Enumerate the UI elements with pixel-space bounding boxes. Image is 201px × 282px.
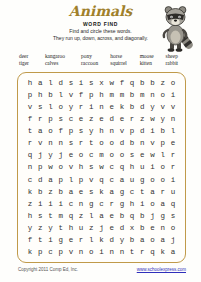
grid-cell-r14c14: a	[158, 234, 168, 246]
word-list: deertigerkangaroocalvesponyraccoonhorses…	[19, 53, 185, 67]
grid-cell-r11c10: g	[117, 198, 127, 210]
grid-cell-r4c15: n	[168, 113, 178, 125]
grid-cell-r13c4: t	[56, 222, 66, 234]
grid-cell-r13c7: z	[86, 222, 96, 234]
word-list-item-kitten: kitten	[140, 60, 163, 67]
grid-cell-r13c8: j	[96, 222, 106, 234]
grid-cell-r4c10: e	[117, 113, 127, 125]
grid-cell-r9c15: i	[168, 174, 178, 186]
grid-cell-r5c9: n	[107, 125, 117, 137]
grid-cell-r13c13: e	[147, 222, 157, 234]
grid-cell-r5c7: y	[86, 125, 96, 137]
grid-cell-r10c8: k	[96, 186, 106, 198]
word-list-item-calves: calves	[45, 60, 78, 67]
grid-cell-r14c13: o	[147, 234, 157, 246]
grid-cell-r11c7: g	[86, 198, 96, 210]
grid-cell-r15c6: n	[76, 246, 86, 258]
grid-cell-r13c2: z	[35, 222, 45, 234]
grid-cell-r8c4: o	[56, 161, 66, 173]
grid-cell-r14c2: t	[35, 234, 45, 246]
grid-cell-r7c11: s	[127, 149, 137, 161]
grid-cell-r10c13: a	[147, 186, 157, 198]
grid-cell-r10c11: c	[127, 186, 137, 198]
grid-cell-r5c1: t	[25, 125, 35, 137]
grid-cell-r2c12: m	[137, 89, 147, 101]
grid-cell-r4c6: e	[76, 113, 86, 125]
grid-cell-r15c13: q	[147, 246, 157, 258]
grid-cell-r3c12: d	[137, 101, 147, 113]
grid-cell-r2c2: h	[35, 89, 45, 101]
grid-cell-r7c8: m	[96, 149, 106, 161]
grid-cell-r10c15: u	[168, 186, 178, 198]
grid-cell-r10c14: r	[158, 186, 168, 198]
grid-cell-r8c14: o	[158, 161, 168, 173]
grid-cell-r11c9: r	[107, 198, 117, 210]
grid-cell-r3c15: v	[168, 101, 178, 113]
grid-cell-r4c2: r	[35, 113, 45, 125]
grid-cell-r1c5: s	[66, 77, 76, 89]
grid-cell-r7c9: o	[107, 149, 117, 161]
grid-cell-r9c6: p	[76, 174, 86, 186]
grid-cell-r1c11: q	[127, 77, 137, 89]
word-list-item-sheep: sheep	[166, 53, 185, 60]
grid-cell-r2c8: h	[96, 89, 106, 101]
word-list-column-6: sheeprabbit	[166, 53, 185, 67]
grid-cell-r3c10: k	[117, 101, 127, 113]
grid-cell-r8c5: v	[66, 161, 76, 173]
grid-cell-r2c5: v	[66, 89, 76, 101]
grid-cell-r15c9: n	[107, 246, 117, 258]
grid-cell-r5c3: o	[45, 125, 55, 137]
grid-cell-r2c15: i	[168, 89, 178, 101]
grid-cell-r13c5: h	[66, 222, 76, 234]
grid-cell-r5c4: f	[56, 125, 66, 137]
grid-cell-r3c11: b	[127, 101, 137, 113]
grid-cell-r9c5: l	[66, 174, 76, 186]
grid-cell-r6c7: t	[86, 137, 96, 149]
grid-cell-r6c3: n	[45, 137, 55, 149]
grid-cell-r7c7: c	[86, 149, 96, 161]
grid-cell-r8c3: w	[45, 161, 55, 173]
grid-cell-r4c7: z	[86, 113, 96, 125]
grid-cell-r14c4: g	[56, 234, 66, 246]
grid-cell-r13c15: o	[168, 222, 178, 234]
grid-cell-r6c12: n	[137, 137, 147, 149]
grid-cell-r13c14: n	[158, 222, 168, 234]
grid-cell-r13c1: y	[25, 222, 35, 234]
grid-cell-r11c11: h	[127, 198, 137, 210]
grid-cell-r7c6: o	[76, 149, 86, 161]
word-list-item-tiger: tiger	[19, 60, 42, 67]
grid-cell-r6c9: o	[107, 137, 117, 149]
grid-cell-r1c9: w	[107, 77, 117, 89]
grid-cell-r15c4: p	[56, 246, 66, 258]
grid-cell-r14c15: j	[168, 234, 178, 246]
grid-cell-r5c13: i	[147, 125, 157, 137]
grid-cell-r2c10: m	[117, 89, 127, 101]
grid-cell-r12c15: s	[168, 210, 178, 222]
grid-cell-r14c8: k	[96, 234, 106, 246]
grid-cell-r6c14: p	[158, 137, 168, 149]
grid-cell-r12c11: q	[127, 210, 137, 222]
grid-cell-r7c5: e	[66, 149, 76, 161]
grid-cell-r14c3: i	[45, 234, 55, 246]
word-list-column-4: horsesquirrel	[110, 53, 136, 67]
grid-cell-r4c4: s	[56, 113, 66, 125]
grid-cell-r5c6: s	[76, 125, 86, 137]
grid-cell-r9c4: p	[56, 174, 66, 186]
grid-cell-r2c11: b	[127, 89, 137, 101]
grid-cell-r14c9: d	[107, 234, 117, 246]
grid-cell-r2c14: o	[158, 89, 168, 101]
grid-cell-r13c3: y	[45, 222, 55, 234]
grid-cell-r3c2: s	[35, 101, 45, 113]
grid-cell-r13c12: b	[137, 222, 147, 234]
grid-cell-r11c3: i	[45, 198, 55, 210]
word-list-item-moose: moose	[140, 53, 163, 60]
grid-cell-r5c12: d	[137, 125, 147, 137]
grid-cell-r15c10: n	[117, 246, 127, 258]
grid-cell-r15c12: r	[137, 246, 147, 258]
word-list-column-2: kangaroocalves	[45, 53, 78, 67]
grid-cell-r9c1: c	[25, 174, 35, 186]
grid-cell-r10c4: b	[56, 186, 66, 198]
grid-cell-r12c3: t	[45, 210, 55, 222]
grid-cell-r8c1: n	[25, 161, 35, 173]
grid-cell-r8c15: r	[168, 161, 178, 173]
website-link[interactable]: www.schoolexpress.com	[137, 267, 186, 272]
grid-cell-r12c2: s	[35, 210, 45, 222]
grid-cell-r11c15: q	[168, 198, 178, 210]
grid-cell-r13c11: x	[127, 222, 137, 234]
grid-cell-r6c1: r	[25, 137, 35, 149]
grid-cell-r9c12: g	[137, 174, 147, 186]
grid-cell-r1c15: o	[168, 77, 178, 89]
grid-cell-r3c1: v	[25, 101, 35, 113]
grid-cell-r7c14: l	[158, 149, 168, 161]
grid-cell-r5c5: p	[66, 125, 76, 137]
grid-cell-r12c13: j	[147, 210, 157, 222]
grid-cell-r9c8: q	[96, 174, 106, 186]
grid-cell-r3c4: o	[56, 101, 66, 113]
grid-cell-r7c4: j	[56, 149, 66, 161]
grid-cell-r7c10: o	[117, 149, 127, 161]
grid-cell-r15c15: a	[168, 246, 178, 258]
word-list-item-kangaroo: kangaroo	[45, 53, 78, 60]
grid-cell-r11c4: i	[56, 198, 66, 210]
grid-cell-r11c2: i	[35, 198, 45, 210]
grid-cell-r10c12: t	[137, 186, 147, 198]
grid-cell-r3c6: r	[76, 101, 86, 113]
grid-cell-r13c9: e	[107, 222, 117, 234]
grid-cell-r6c11: b	[127, 137, 137, 149]
grid-cell-r15c5: v	[66, 246, 76, 258]
grid-cell-r1c10: f	[117, 77, 127, 89]
grid-cell-r2c13: n	[147, 89, 157, 101]
grid-cell-r12c5: q	[66, 210, 76, 222]
grid-cell-r15c3: c	[45, 246, 55, 258]
grid-cell-r8c12: u	[137, 161, 147, 173]
grid-cell-r12c14: g	[158, 210, 168, 222]
grid-cell-r1c1: h	[25, 77, 35, 89]
grid-cell-r5c14: b	[158, 125, 168, 137]
grid-cell-r7c2: j	[35, 149, 45, 161]
grid-cell-r9c14: o	[158, 174, 168, 186]
grid-cell-r4c12: z	[137, 113, 147, 125]
grid-cell-r10c9: a	[107, 186, 117, 198]
grid-cell-r12c8: a	[96, 210, 106, 222]
grid-cell-r9c9: c	[107, 174, 117, 186]
grid-cell-r4c9: d	[107, 113, 117, 125]
word-list-item-rabbit: rabbit	[166, 60, 185, 67]
word-list-column-1: deertiger	[19, 53, 42, 67]
grid-cell-r11c8: c	[96, 198, 106, 210]
word-list-item-pony: pony	[81, 53, 107, 60]
grid-cell-r6c5: s	[66, 137, 76, 149]
grid-cell-r14c11: b	[127, 234, 137, 246]
grid-cell-r6c6: r	[76, 137, 86, 149]
grid-cell-r14c1: f	[25, 234, 35, 246]
word-list-column-5: moosekitten	[140, 53, 163, 67]
grid-cell-r1c13: b	[147, 77, 157, 89]
grid-cell-r15c1: k	[25, 246, 35, 258]
grid-cell-r6c15: e	[168, 137, 178, 149]
grid-cell-r3c9: e	[107, 101, 117, 113]
grid-cell-r7c15: r	[168, 149, 178, 161]
grid-cell-r15c14: k	[158, 246, 168, 258]
grid-cell-r1c8: x	[96, 77, 106, 89]
grid-cell-r12c12: b	[137, 210, 147, 222]
grid-cell-r8c9: c	[107, 161, 117, 173]
grid-cell-r9c7: v	[86, 174, 96, 186]
grid-cell-r9c2: d	[35, 174, 45, 186]
grid-cell-r9c10: a	[117, 174, 127, 186]
grid-cell-r2c9: m	[107, 89, 117, 101]
grid-cell-r6c8: o	[96, 137, 106, 149]
grid-cell-r8c11: h	[127, 161, 137, 173]
letter-grid: haldsisxwfqbbzophblvfphmmbmnoivsloyrinek…	[17, 72, 186, 263]
grid-cell-r1c4: d	[56, 77, 66, 89]
raccoon-illustration	[158, 2, 196, 52]
grid-cell-r11c5: c	[66, 198, 76, 210]
grid-cell-r15c8: i	[96, 246, 106, 258]
grid-cell-r8c6: h	[76, 161, 86, 173]
grid-cell-r10c5: a	[66, 186, 76, 198]
grid-cell-r6c4: n	[56, 137, 66, 149]
grid-cell-r4c13: w	[147, 113, 157, 125]
copyright-text: Copyright 2011 Comp Ed, Inc.	[18, 267, 78, 272]
grid-cell-r2c4: l	[56, 89, 66, 101]
grid-cell-r14c6: r	[76, 234, 86, 246]
grid-cell-r7c13: w	[147, 149, 157, 161]
grid-cell-r5c15: l	[168, 125, 178, 137]
grid-cell-r7c3: y	[45, 149, 55, 161]
grid-cell-r1c2: a	[35, 77, 45, 89]
grid-cell-r9c13: o	[147, 174, 157, 186]
grid-cell-r12c6: z	[76, 210, 86, 222]
grid-cell-r15c2: p	[35, 246, 45, 258]
grid-cell-r3c13: y	[147, 101, 157, 113]
grid-cell-r11c12: i	[137, 198, 147, 210]
grid-cell-r2c1: p	[25, 89, 35, 101]
grid-cell-r15c11: t	[127, 246, 137, 258]
grid-cell-r13c6: u	[76, 222, 86, 234]
grid-cell-r1c6: i	[76, 77, 86, 89]
word-list-item-raccoon: raccoon	[81, 60, 107, 67]
word-list-column-3: ponyraccoon	[81, 53, 107, 67]
grid-cell-r12c10: b	[117, 210, 127, 222]
grid-cell-r3c8: n	[96, 101, 106, 113]
grid-cell-r8c10: q	[117, 161, 127, 173]
grid-cell-r10c6: e	[76, 186, 86, 198]
grid-cell-r10c3: z	[45, 186, 55, 198]
grid-cell-r1c7: s	[86, 77, 96, 89]
grid-cell-r10c2: b	[35, 186, 45, 198]
grid-cell-r2c6: f	[76, 89, 86, 101]
grid-cell-r15c7: o	[86, 246, 96, 258]
grid-cell-r10c10: g	[117, 186, 127, 198]
grid-cell-r12c1: h	[25, 210, 35, 222]
grid-cell-r9c11: u	[127, 174, 137, 186]
grid-cell-r4c1: f	[25, 113, 35, 125]
grid-cell-r5c8: h	[96, 125, 106, 137]
word-list-item-horse: horse	[110, 53, 136, 60]
grid-cell-r3c7: i	[86, 101, 96, 113]
grid-cell-r12c4: m	[56, 210, 66, 222]
grid-cell-r12c7: l	[86, 210, 96, 222]
grid-cell-r14c12: a	[137, 234, 147, 246]
grid-cell-r3c14: v	[158, 101, 168, 113]
grid-cell-r8c7: s	[86, 161, 96, 173]
grid-cell-r4c14: y	[158, 113, 168, 125]
grid-cell-r14c7: l	[86, 234, 96, 246]
grid-cell-r8c8: w	[96, 161, 106, 173]
grid-cell-r7c1: q	[25, 149, 35, 161]
grid-cell-r5c10: v	[117, 125, 127, 137]
word-list-item-deer: deer	[19, 53, 42, 60]
grid-cell-r8c13: i	[147, 161, 157, 173]
grid-cell-r12c9: e	[107, 210, 117, 222]
grid-cell-r6c10: d	[117, 137, 127, 149]
grid-cell-r1c14: z	[158, 77, 168, 89]
grid-cell-r6c2: v	[35, 137, 45, 149]
grid-cell-r2c7: p	[86, 89, 96, 101]
grid-cell-r10c7: s	[86, 186, 96, 198]
word-list-item-squirrel: squirrel	[110, 60, 136, 67]
grid-cell-r11c13: o	[147, 198, 157, 210]
grid-cell-r10c1: k	[25, 186, 35, 198]
grid-cell-r4c3: p	[45, 113, 55, 125]
grid-cell-r5c11: p	[127, 125, 137, 137]
grid-cell-r5c2: a	[35, 125, 45, 137]
grid-cell-r14c5: e	[66, 234, 76, 246]
grid-cell-r4c8: e	[96, 113, 106, 125]
grid-cell-r3c3: l	[45, 101, 55, 113]
grid-cell-r8c2: p	[35, 161, 45, 173]
grid-cell-r11c6: n	[76, 198, 86, 210]
grid-cell-r11c1: z	[25, 198, 35, 210]
grid-cell-r13c10: d	[117, 222, 127, 234]
grid-cell-r3c5: y	[66, 101, 76, 113]
grid-cell-r6c13: v	[147, 137, 157, 149]
grid-cell-r1c12: b	[137, 77, 147, 89]
grid-cell-r4c11: r	[127, 113, 137, 125]
grid-cell-r9c3: a	[45, 174, 55, 186]
grid-cell-r11c14: a	[158, 198, 168, 210]
grid-cell-r1c3: l	[45, 77, 55, 89]
grid-cell-r4c5: c	[66, 113, 76, 125]
grid-cell-r7c12: e	[137, 149, 147, 161]
grid-cell-r2c3: b	[45, 89, 55, 101]
grid-cell-r14c10: y	[117, 234, 127, 246]
